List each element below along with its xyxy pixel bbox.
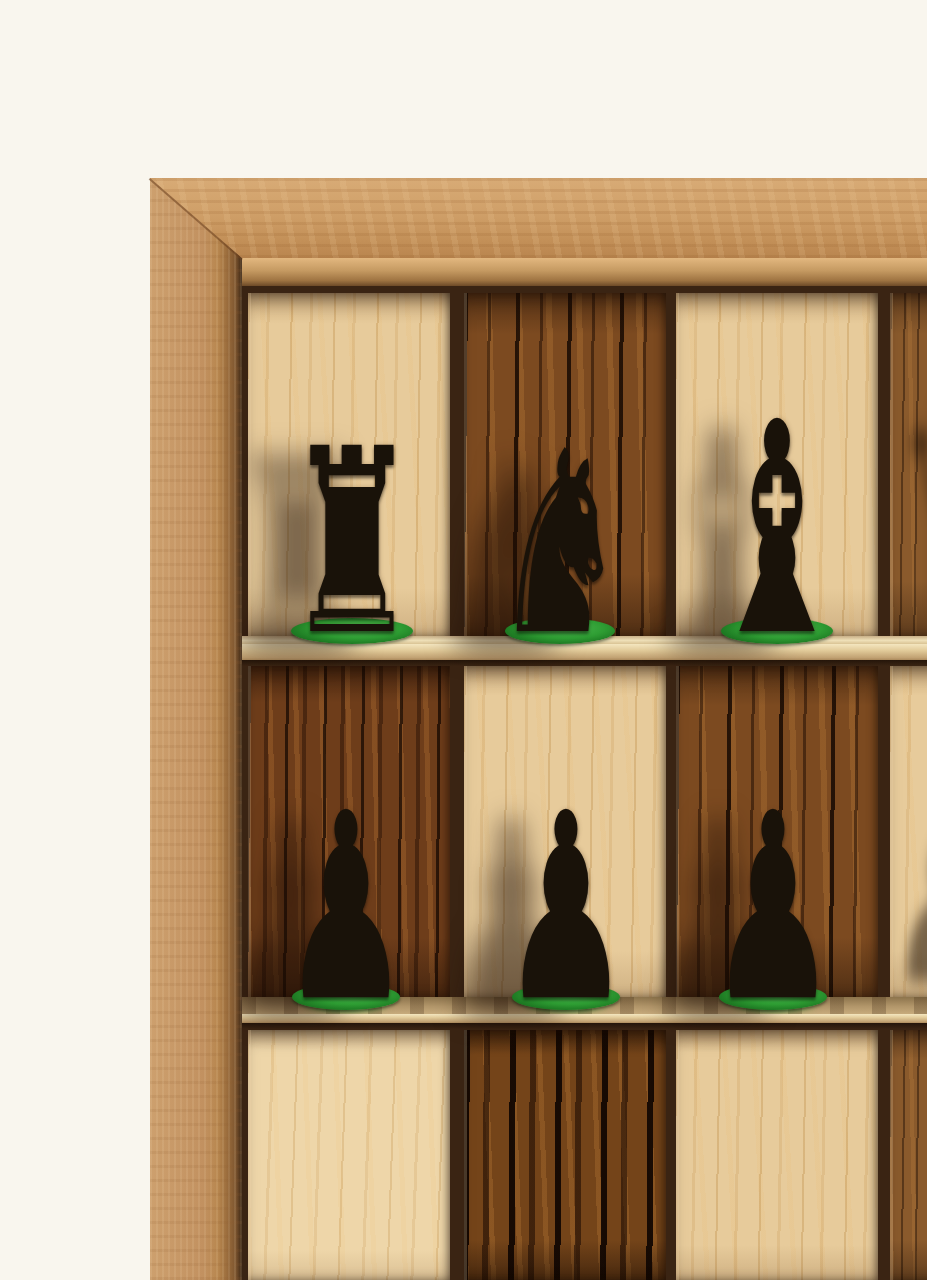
piece-knight[interactable]: ♞ bbox=[505, 442, 615, 644]
glyph-pawn: ♟ bbox=[281, 779, 411, 1037]
photo-canvas: ♛♟♜♞♝♟♟♟ bbox=[0, 0, 927, 1280]
piece-pawn-3[interactable]: ♟ bbox=[719, 804, 827, 1010]
cast-shadow-r2c4: ♟ bbox=[885, 770, 927, 1020]
cast-shadow-r1c4: ♛ bbox=[891, 354, 927, 654]
board-cell-r3c2-dark[interactable] bbox=[464, 1030, 666, 1280]
board-cell-r3c3-light[interactable] bbox=[676, 1030, 878, 1280]
glyph-pawn: ♟ bbox=[708, 779, 838, 1037]
glyph-rook: ♜ bbox=[286, 415, 419, 670]
glyph-bishop: ♝ bbox=[705, 384, 849, 676]
board-cell-r3c4-dark[interactable] bbox=[890, 1030, 927, 1280]
frame-rail-left bbox=[150, 178, 242, 1280]
board-cell-r3c1-light[interactable] bbox=[248, 1030, 450, 1280]
piece-bishop[interactable]: ♝ bbox=[721, 410, 833, 644]
frame-inner-lip bbox=[242, 258, 927, 286]
frame-rail-top bbox=[150, 178, 927, 258]
glyph-knight: ♞ bbox=[492, 418, 628, 670]
piece-pawn-1[interactable]: ♟ bbox=[292, 804, 400, 1010]
glyph-pawn: ♟ bbox=[501, 779, 631, 1037]
piece-pawn-2[interactable]: ♟ bbox=[512, 804, 620, 1010]
piece-rook[interactable]: ♜ bbox=[291, 440, 413, 644]
